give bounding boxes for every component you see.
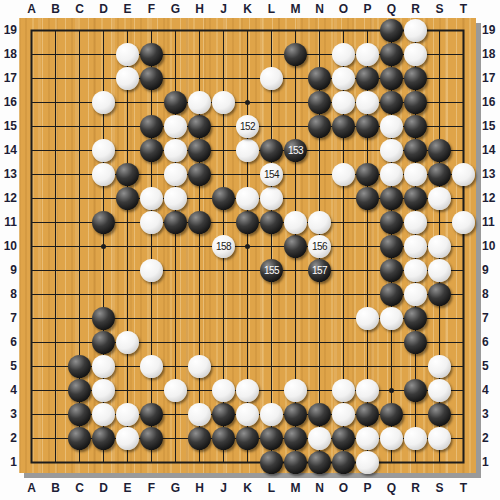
stones-layer: 152153154155156157158 (0, 0, 500, 500)
move-number: 153 (284, 139, 307, 162)
white-stone-R9[interactable] (404, 259, 427, 282)
white-stone-Q7[interactable] (380, 307, 403, 330)
black-stone-P15[interactable] (356, 115, 379, 138)
black-stone-R6[interactable] (404, 331, 427, 354)
black-stone-J12[interactable] (212, 187, 235, 210)
coord-label-K: K (236, 481, 260, 495)
move-157-black-stone-N9[interactable]: 157 (308, 259, 331, 282)
black-stone-C4[interactable] (68, 379, 91, 402)
black-stone-F18[interactable] (140, 43, 163, 66)
white-stone-R2[interactable] (404, 427, 427, 450)
coord-label-17: 17 (482, 71, 500, 85)
move-number: 155 (260, 259, 283, 282)
black-stone-Q16[interactable] (380, 91, 403, 114)
black-stone-M18[interactable] (284, 43, 307, 66)
coord-label-16: 16 (482, 95, 500, 109)
black-stone-C3[interactable] (68, 403, 91, 426)
white-stone-S4[interactable] (428, 379, 451, 402)
coord-label-S: S (428, 2, 452, 16)
black-stone-F2[interactable] (140, 427, 163, 450)
coord-label-11: 11 (0, 215, 17, 229)
black-stone-P12[interactable] (356, 187, 379, 210)
coord-label-E: E (116, 481, 140, 495)
white-stone-F9[interactable] (140, 259, 163, 282)
white-stone-H16[interactable] (188, 91, 211, 114)
black-stone-S14[interactable] (428, 139, 451, 162)
black-stone-Q9[interactable] (380, 259, 403, 282)
black-stone-F3[interactable] (140, 403, 163, 426)
black-stone-Q3[interactable] (380, 403, 403, 426)
move-number: 154 (260, 163, 283, 186)
white-stone-D4[interactable] (92, 379, 115, 402)
black-stone-R17[interactable] (404, 67, 427, 90)
white-stone-G15[interactable] (164, 115, 187, 138)
white-stone-J16[interactable] (212, 91, 235, 114)
black-stone-H15[interactable] (188, 115, 211, 138)
white-stone-N2[interactable] (308, 427, 331, 450)
black-stone-O1[interactable] (332, 451, 355, 474)
white-stone-M11[interactable] (284, 211, 307, 234)
white-stone-S9[interactable] (428, 259, 451, 282)
coord-label-R: R (404, 2, 428, 16)
coord-label-F: F (140, 481, 164, 495)
coord-label-18: 18 (0, 47, 17, 61)
move-153-black-stone-M14[interactable]: 153 (284, 139, 307, 162)
black-stone-Q19[interactable] (380, 19, 403, 42)
black-stone-R15[interactable] (404, 115, 427, 138)
black-stone-N1[interactable] (308, 451, 331, 474)
white-stone-G14[interactable] (164, 139, 187, 162)
move-156-white-stone-N10[interactable]: 156 (308, 235, 331, 258)
white-stone-K14[interactable] (236, 139, 259, 162)
move-number: 157 (308, 259, 331, 282)
coord-label-Q: Q (380, 2, 404, 16)
white-stone-E6[interactable] (116, 331, 139, 354)
coord-label-13: 13 (0, 167, 17, 181)
black-stone-Q11[interactable] (380, 211, 403, 234)
coord-label-F: F (140, 2, 164, 16)
black-stone-M3[interactable] (284, 403, 307, 426)
white-stone-D13[interactable] (92, 163, 115, 186)
black-stone-F15[interactable] (140, 115, 163, 138)
coord-label-D: D (92, 2, 116, 16)
coord-label-O: O (332, 2, 356, 16)
coord-label-T: T (452, 2, 476, 16)
go-board-app: 152153154155156157158 ABCDEFGHJKLMNOPQRS… (0, 0, 500, 500)
black-stone-N17[interactable] (308, 67, 331, 90)
coord-label-E: E (116, 2, 140, 16)
black-stone-C5[interactable] (68, 355, 91, 378)
black-stone-Q8[interactable] (380, 283, 403, 306)
coord-label-9: 9 (482, 263, 500, 277)
coord-label-6: 6 (482, 335, 500, 349)
white-stone-M4[interactable] (284, 379, 307, 402)
white-stone-K3[interactable] (236, 403, 259, 426)
coord-label-5: 5 (0, 359, 17, 373)
white-stone-S5[interactable] (428, 355, 451, 378)
coord-label-C: C (68, 481, 92, 495)
black-stone-R14[interactable] (404, 139, 427, 162)
coord-label-H: H (188, 2, 212, 16)
black-stone-L14[interactable] (260, 139, 283, 162)
coord-label-15: 15 (482, 119, 500, 133)
coord-label-9: 9 (0, 263, 17, 277)
white-stone-D5[interactable] (92, 355, 115, 378)
black-stone-M2[interactable] (284, 427, 307, 450)
black-stone-J3[interactable] (212, 403, 235, 426)
black-stone-F14[interactable] (140, 139, 163, 162)
white-stone-F12[interactable] (140, 187, 163, 210)
coord-label-K: K (236, 2, 260, 16)
move-number: 152 (236, 115, 259, 138)
coord-label-15: 15 (0, 119, 17, 133)
black-stone-D11[interactable] (92, 211, 115, 234)
black-stone-K11[interactable] (236, 211, 259, 234)
coord-label-O: O (332, 481, 356, 495)
black-stone-J2[interactable] (212, 427, 235, 450)
white-stone-S2[interactable] (428, 427, 451, 450)
white-stone-K4[interactable] (236, 379, 259, 402)
black-stone-R12[interactable] (404, 187, 427, 210)
coord-label-2: 2 (482, 431, 500, 445)
coord-label-11: 11 (482, 215, 500, 229)
white-stone-S12[interactable] (428, 187, 451, 210)
coord-label-17: 17 (0, 71, 17, 85)
coord-label-D: D (92, 481, 116, 495)
coord-label-R: R (404, 481, 428, 495)
black-stone-K2[interactable] (236, 427, 259, 450)
coord-label-N: N (308, 481, 332, 495)
black-stone-F17[interactable] (140, 67, 163, 90)
black-stone-H2[interactable] (188, 427, 211, 450)
white-stone-P18[interactable] (356, 43, 379, 66)
white-stone-O13[interactable] (332, 163, 355, 186)
move-158-white-stone-J10[interactable]: 158 (212, 235, 235, 258)
black-stone-G16[interactable] (164, 91, 187, 114)
coord-label-5: 5 (482, 359, 500, 373)
black-stone-Q18[interactable] (380, 43, 403, 66)
black-stone-D2[interactable] (92, 427, 115, 450)
white-stone-D3[interactable] (92, 403, 115, 426)
black-stone-O2[interactable] (332, 427, 355, 450)
coord-label-L: L (260, 481, 284, 495)
coord-label-16: 16 (0, 95, 17, 109)
black-stone-E12[interactable] (116, 187, 139, 210)
white-stone-F11[interactable] (140, 211, 163, 234)
coord-label-2: 2 (0, 431, 17, 445)
white-stone-D16[interactable] (92, 91, 115, 114)
coord-label-L: L (260, 2, 284, 16)
black-stone-S3[interactable] (428, 403, 451, 426)
coord-label-10: 10 (0, 239, 17, 253)
black-stone-P3[interactable] (356, 403, 379, 426)
white-stone-T13[interactable] (452, 163, 475, 186)
coord-label-14: 14 (482, 143, 500, 157)
coord-label-H: H (188, 481, 212, 495)
black-stone-G11[interactable] (164, 211, 187, 234)
white-stone-N11[interactable] (308, 211, 331, 234)
white-stone-T11[interactable] (452, 211, 475, 234)
coord-label-1: 1 (482, 455, 500, 469)
black-stone-E13[interactable] (116, 163, 139, 186)
coord-label-G: G (164, 481, 188, 495)
move-number: 156 (308, 235, 331, 258)
black-stone-O15[interactable] (332, 115, 355, 138)
white-stone-R19[interactable] (404, 19, 427, 42)
black-stone-P13[interactable] (356, 163, 379, 186)
black-stone-L11[interactable] (260, 211, 283, 234)
white-stone-Q14[interactable] (380, 139, 403, 162)
white-stone-R18[interactable] (404, 43, 427, 66)
coord-label-12: 12 (0, 191, 17, 205)
white-stone-P16[interactable] (356, 91, 379, 114)
coord-label-18: 18 (482, 47, 500, 61)
coord-label-P: P (356, 481, 380, 495)
coord-label-7: 7 (482, 311, 500, 325)
black-stone-H14[interactable] (188, 139, 211, 162)
white-stone-P4[interactable] (356, 379, 379, 402)
white-stone-R10[interactable] (404, 235, 427, 258)
black-stone-P17[interactable] (356, 67, 379, 90)
black-stone-Q17[interactable] (380, 67, 403, 90)
coord-label-M: M (284, 481, 308, 495)
coord-label-C: C (68, 2, 92, 16)
white-stone-L12[interactable] (260, 187, 283, 210)
coord-label-B: B (44, 481, 68, 495)
move-152-white-stone-K15[interactable]: 152 (236, 115, 259, 138)
coord-label-A: A (20, 2, 44, 16)
coord-label-19: 19 (0, 23, 17, 37)
coord-label-S: S (428, 481, 452, 495)
black-stone-R16[interactable] (404, 91, 427, 114)
white-stone-E3[interactable] (116, 403, 139, 426)
black-stone-M10[interactable] (284, 235, 307, 258)
move-154-white-stone-L13[interactable]: 154 (260, 163, 283, 186)
black-stone-R7[interactable] (404, 307, 427, 330)
black-stone-S13[interactable] (428, 163, 451, 186)
black-stone-M1[interactable] (284, 451, 307, 474)
white-stone-H5[interactable] (188, 355, 211, 378)
coord-label-M: M (284, 2, 308, 16)
coord-label-13: 13 (482, 167, 500, 181)
white-stone-J4[interactable] (212, 379, 235, 402)
black-stone-D7[interactable] (92, 307, 115, 330)
white-stone-R8[interactable] (404, 283, 427, 306)
white-stone-G13[interactable] (164, 163, 187, 186)
white-stone-G4[interactable] (164, 379, 187, 402)
coord-label-8: 8 (482, 287, 500, 301)
coord-label-14: 14 (0, 143, 17, 157)
coord-label-7: 7 (0, 311, 17, 325)
black-stone-S8[interactable] (428, 283, 451, 306)
white-stone-P7[interactable] (356, 307, 379, 330)
white-stone-P1[interactable] (356, 451, 379, 474)
coord-label-3: 3 (0, 407, 17, 421)
coord-label-6: 6 (0, 335, 17, 349)
white-stone-O17[interactable] (332, 67, 355, 90)
black-stone-H11[interactable] (188, 211, 211, 234)
coord-label-A: A (20, 481, 44, 495)
coord-label-N: N (308, 2, 332, 16)
coord-label-10: 10 (482, 239, 500, 253)
white-stone-E2[interactable] (116, 427, 139, 450)
coord-label-B: B (44, 2, 68, 16)
coord-label-19: 19 (482, 23, 500, 37)
white-stone-E17[interactable] (116, 67, 139, 90)
coord-label-4: 4 (0, 383, 17, 397)
coord-label-Q: Q (380, 481, 404, 495)
white-stone-O16[interactable] (332, 91, 355, 114)
coord-label-8: 8 (0, 287, 17, 301)
white-stone-D14[interactable] (92, 139, 115, 162)
white-stone-S10[interactable] (428, 235, 451, 258)
coord-label-12: 12 (482, 191, 500, 205)
black-stone-C2[interactable] (68, 427, 91, 450)
coord-label-J: J (212, 481, 236, 495)
black-stone-N3[interactable] (308, 403, 331, 426)
coord-label-P: P (356, 2, 380, 16)
black-stone-R4[interactable] (404, 379, 427, 402)
white-stone-R11[interactable] (404, 211, 427, 234)
black-stone-N16[interactable] (308, 91, 331, 114)
move-155-black-stone-L9[interactable]: 155 (260, 259, 283, 282)
white-stone-O4[interactable] (332, 379, 355, 402)
black-stone-Q10[interactable] (380, 235, 403, 258)
black-stone-N15[interactable] (308, 115, 331, 138)
white-stone-K12[interactable] (236, 187, 259, 210)
coord-label-T: T (452, 481, 476, 495)
black-stone-H13[interactable] (188, 163, 211, 186)
white-stone-Q15[interactable] (380, 115, 403, 138)
white-stone-G12[interactable] (164, 187, 187, 210)
white-stone-E18[interactable] (116, 43, 139, 66)
white-stone-O18[interactable] (332, 43, 355, 66)
coord-label-G: G (164, 2, 188, 16)
coord-label-4: 4 (482, 383, 500, 397)
white-stone-P2[interactable] (356, 427, 379, 450)
coord-label-1: 1 (0, 455, 17, 469)
coord-label-3: 3 (482, 407, 500, 421)
white-stone-Q2[interactable] (380, 427, 403, 450)
white-stone-L17[interactable] (260, 67, 283, 90)
black-stone-L2[interactable] (260, 427, 283, 450)
move-number: 158 (212, 235, 235, 258)
white-stone-R13[interactable] (404, 163, 427, 186)
white-stone-H3[interactable] (188, 403, 211, 426)
white-stone-F5[interactable] (140, 355, 163, 378)
coord-label-J: J (212, 2, 236, 16)
white-stone-Q13[interactable] (380, 163, 403, 186)
black-stone-D6[interactable] (92, 331, 115, 354)
white-stone-O3[interactable] (332, 403, 355, 426)
white-stone-L3[interactable] (260, 403, 283, 426)
black-stone-L1[interactable] (260, 451, 283, 474)
black-stone-Q12[interactable] (380, 187, 403, 210)
